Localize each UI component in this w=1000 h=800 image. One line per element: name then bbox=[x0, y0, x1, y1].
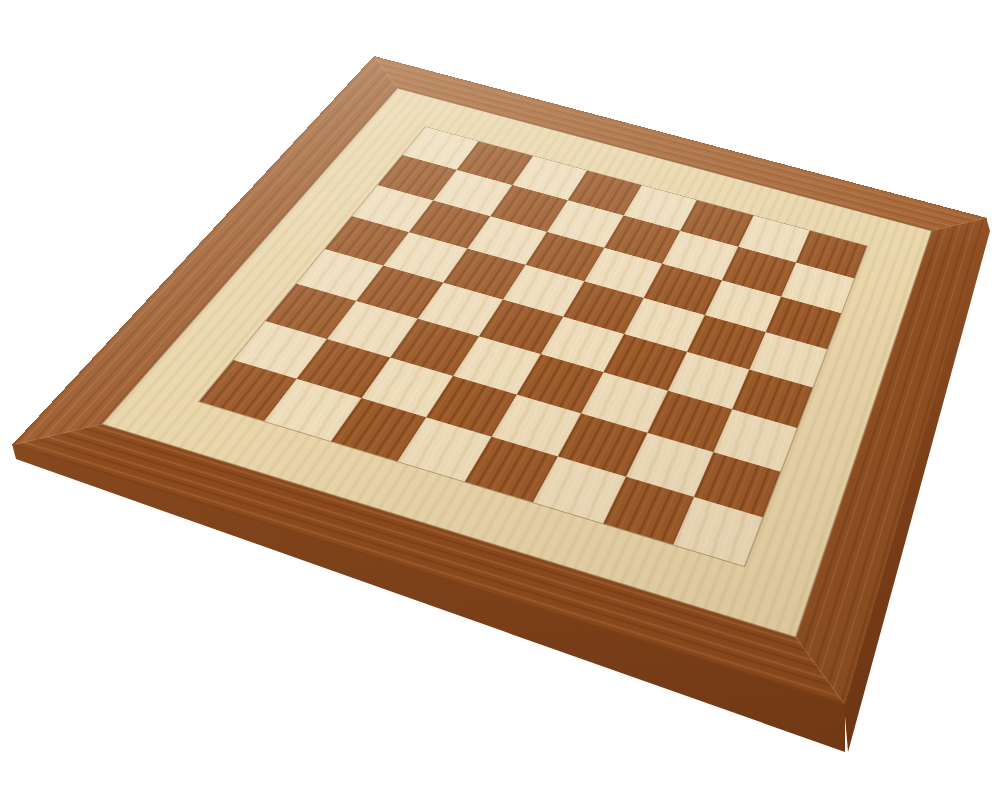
product-photo-canvas bbox=[0, 0, 1000, 800]
